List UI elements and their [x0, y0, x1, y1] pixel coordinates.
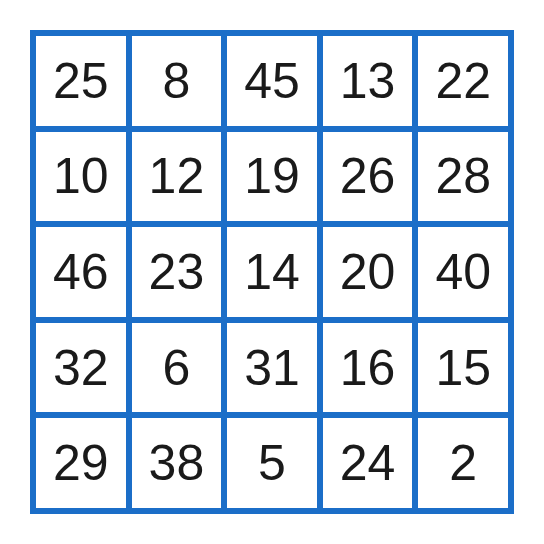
page: 2584513221012192628462314204032631161529… — [0, 0, 544, 544]
grid-cell-r5c4[interactable]: 24 — [323, 418, 413, 508]
grid-cell-r4c4[interactable]: 16 — [323, 323, 413, 413]
grid-cell-r5c5[interactable]: 2 — [418, 418, 508, 508]
grid-cell-r3c5[interactable]: 40 — [418, 227, 508, 317]
grid-cell-r2c1[interactable]: 10 — [36, 132, 126, 222]
grid-cell-r2c2[interactable]: 12 — [132, 132, 222, 222]
grid-cell-r2c3[interactable]: 19 — [227, 132, 317, 222]
grid-cell-r5c2[interactable]: 38 — [132, 418, 222, 508]
grid-cell-r5c3[interactable]: 5 — [227, 418, 317, 508]
grid-cell-r1c3[interactable]: 45 — [227, 36, 317, 126]
grid-cell-r4c2[interactable]: 6 — [132, 323, 222, 413]
grid-cell-r4c5[interactable]: 15 — [418, 323, 508, 413]
bingo-board: 2584513221012192628462314204032631161529… — [30, 30, 514, 514]
grid-cell-r2c5[interactable]: 28 — [418, 132, 508, 222]
grid-cell-r3c3[interactable]: 14 — [227, 227, 317, 317]
grid-cell-r1c5[interactable]: 22 — [418, 36, 508, 126]
grid-cell-r2c4[interactable]: 26 — [323, 132, 413, 222]
grid-cell-r3c4[interactable]: 20 — [323, 227, 413, 317]
grid-cell-r1c1[interactable]: 25 — [36, 36, 126, 126]
grid-cell-r3c1[interactable]: 46 — [36, 227, 126, 317]
grid-cell-r1c2[interactable]: 8 — [132, 36, 222, 126]
grid-cell-r4c1[interactable]: 32 — [36, 323, 126, 413]
grid-cell-r5c1[interactable]: 29 — [36, 418, 126, 508]
grid-cell-r4c3[interactable]: 31 — [227, 323, 317, 413]
grid-cell-r3c2[interactable]: 23 — [132, 227, 222, 317]
grid-cell-r1c4[interactable]: 13 — [323, 36, 413, 126]
